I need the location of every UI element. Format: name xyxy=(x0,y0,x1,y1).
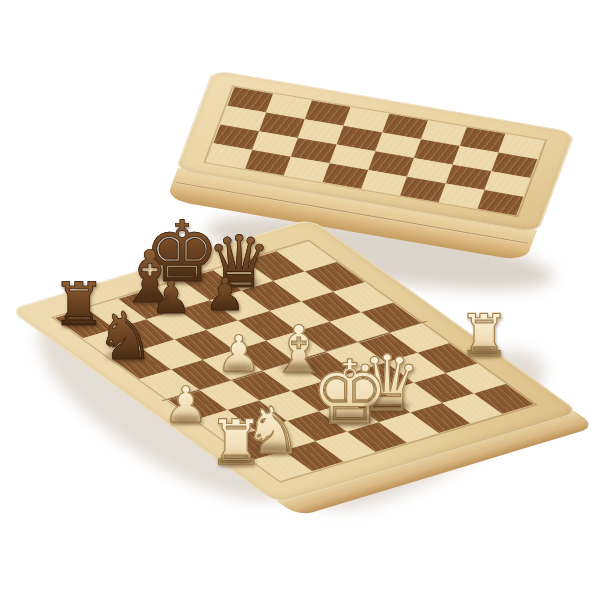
white-queen-shadow xyxy=(365,400,410,412)
product-photo-scene: ♚♛♝♟♟♜♜♞♟♝♛♚♟♞♜ xyxy=(0,0,600,600)
white-bishop-shadow xyxy=(280,363,318,373)
black-pawn-shadow xyxy=(212,304,238,311)
black-queen-shadow xyxy=(218,278,260,289)
white-pawn-shadow xyxy=(172,415,201,423)
black-pawn-shadow xyxy=(158,307,184,314)
black-knight-shadow xyxy=(106,351,144,361)
white-knight-shadow xyxy=(254,444,292,454)
black-rook-shadow xyxy=(62,317,97,326)
white-rook-shadow xyxy=(467,348,500,357)
black-king-shadow xyxy=(158,271,207,284)
piece-layer: ♚♛♝♟♟♜♜♞♟♝♛♚♟♞♜ xyxy=(0,0,600,600)
white-pawn-shadow xyxy=(225,364,254,372)
black-bishop-shadow xyxy=(129,293,171,304)
